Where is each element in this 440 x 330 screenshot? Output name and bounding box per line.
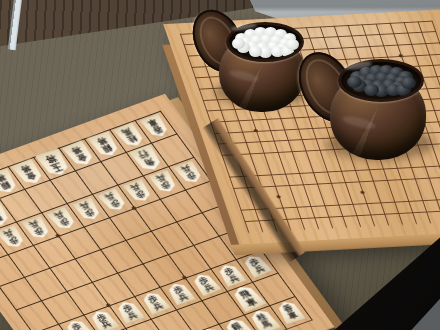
go-stone-black — [347, 76, 362, 88]
go-hoshi — [253, 129, 258, 132]
go-stone-white — [249, 46, 262, 57]
white-stone-bowl[interactable] — [219, 20, 305, 112]
go-hoshi — [360, 191, 365, 194]
go-hoshi — [398, 54, 403, 57]
go-stone-white — [232, 38, 245, 49]
go-stone-black — [401, 77, 416, 89]
black-stone-bowl[interactable] — [330, 58, 426, 160]
go-stone-white — [286, 39, 299, 50]
go-stone-black — [364, 84, 379, 96]
go-hoshi — [276, 195, 281, 198]
board-games-photo-scene: 香車桂馬銀将金将玉将金将銀将桂馬香車飛車角行歩兵歩兵歩兵歩兵歩兵歩兵歩兵歩兵歩兵… — [0, 0, 440, 330]
